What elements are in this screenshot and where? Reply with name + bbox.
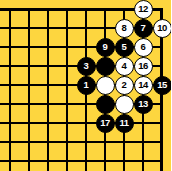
stone-black-7[interactable]: 7	[134, 19, 153, 38]
stone-black-3[interactable]: 3	[77, 57, 96, 76]
stone-white-6[interactable]: 6	[134, 38, 153, 57]
stone-number: 10	[157, 23, 167, 33]
stone-number: 9	[103, 42, 108, 52]
stone-black-1[interactable]: 1	[77, 76, 96, 95]
stone-black-plain[interactable]	[96, 95, 115, 114]
grid-line-horizontal	[0, 160, 163, 162]
stone-number: 15	[157, 80, 167, 90]
stone-white-8[interactable]: 8	[115, 19, 134, 38]
stone-number: 11	[119, 118, 128, 128]
stone-white-16[interactable]: 16	[134, 57, 153, 76]
stone-white-plain[interactable]	[115, 95, 134, 114]
stone-white-2[interactable]: 2	[115, 76, 134, 95]
stone-white-plain[interactable]	[96, 76, 115, 95]
grid-line-horizontal	[0, 122, 163, 124]
grid-line-vertical	[9, 8, 11, 171]
stone-number: 3	[84, 61, 89, 71]
grid-line-vertical	[28, 8, 30, 171]
stone-black-5[interactable]: 5	[115, 38, 134, 57]
go-board[interactable]: 1287109563416121415131711	[0, 0, 171, 171]
stone-white-4[interactable]: 4	[115, 57, 134, 76]
grid-line-horizontal	[0, 141, 163, 143]
stone-number: 17	[100, 118, 110, 128]
stone-number: 12	[138, 4, 148, 14]
go-diagram-screen: 1287109563416121415131711	[0, 0, 171, 171]
stone-black-plain[interactable]	[96, 57, 115, 76]
stone-black-17[interactable]: 17	[96, 114, 115, 133]
stone-number: 6	[141, 42, 146, 52]
stone-black-9[interactable]: 9	[96, 38, 115, 57]
stone-number: 16	[138, 61, 148, 71]
grid-line-vertical	[47, 8, 49, 171]
stone-number: 8	[122, 23, 127, 33]
stone-number: 5	[122, 42, 127, 52]
stone-white-10[interactable]: 10	[153, 19, 172, 38]
grid-line-vertical	[66, 8, 68, 171]
stone-white-12[interactable]: 12	[134, 0, 153, 19]
stone-black-15[interactable]: 15	[153, 76, 172, 95]
stone-black-13[interactable]: 13	[134, 95, 153, 114]
stone-number: 7	[141, 23, 146, 33]
stone-number: 4	[122, 61, 127, 71]
stone-number: 13	[138, 99, 148, 109]
stone-white-14[interactable]: 14	[134, 76, 153, 95]
stone-number: 2	[122, 80, 127, 90]
stone-black-11[interactable]: 11	[115, 114, 134, 133]
stone-number: 1	[84, 80, 89, 90]
stone-number: 14	[138, 80, 148, 90]
